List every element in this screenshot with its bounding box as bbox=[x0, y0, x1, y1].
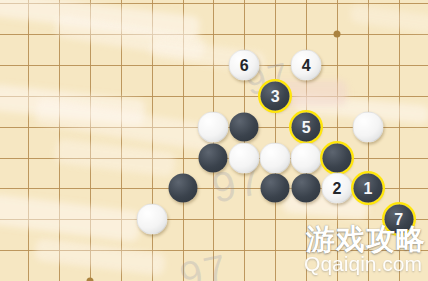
move-number: 1 bbox=[363, 174, 372, 203]
grid-vline bbox=[59, 0, 60, 281]
star-point bbox=[86, 278, 93, 281]
grid-vline bbox=[152, 0, 153, 281]
stone-black[interactable] bbox=[292, 174, 321, 203]
gomoku-board[interactable]: 979797 6435217 游戏攻略 Qqaiqin.com bbox=[0, 0, 428, 281]
grid-vline bbox=[28, 0, 29, 281]
stone-white-move-4[interactable]: 4 bbox=[291, 49, 322, 80]
glare-streak bbox=[34, 238, 166, 276]
grid-hline bbox=[0, 3, 428, 4]
stone-white[interactable] bbox=[198, 111, 229, 142]
grid-vline bbox=[275, 0, 276, 281]
move-number: 4 bbox=[302, 50, 311, 79]
stone-black-move-5-highlighted[interactable]: 5 bbox=[292, 112, 321, 141]
grid-hline bbox=[0, 65, 428, 66]
stone-white[interactable] bbox=[136, 204, 167, 235]
glare-streak bbox=[349, 4, 428, 34]
stone-white[interactable] bbox=[291, 142, 322, 173]
move-number: 3 bbox=[271, 81, 280, 110]
grid-vline bbox=[90, 0, 91, 281]
stone-white-move-2[interactable]: 2 bbox=[322, 173, 353, 204]
stone-black[interactable] bbox=[168, 174, 197, 203]
move-number: 5 bbox=[302, 112, 311, 141]
stone-black[interactable] bbox=[199, 143, 228, 172]
grid-vline bbox=[183, 0, 184, 281]
glare-streak bbox=[34, 98, 221, 153]
stone-white[interactable] bbox=[229, 142, 260, 173]
move-number: 6 bbox=[240, 50, 249, 79]
grid-hline bbox=[0, 96, 428, 97]
stone-black-move-3-highlighted[interactable]: 3 bbox=[261, 81, 290, 110]
move-number: 2 bbox=[333, 174, 342, 203]
stone-black-highlighted[interactable] bbox=[323, 143, 352, 172]
watermark-site-url: Qqaiqin.com bbox=[304, 252, 422, 276]
stone-white[interactable] bbox=[260, 142, 291, 173]
stone-black-move-1-highlighted[interactable]: 1 bbox=[353, 174, 382, 203]
stone-white[interactable] bbox=[352, 111, 383, 142]
grid-vline bbox=[121, 0, 122, 281]
star-point bbox=[334, 30, 341, 37]
glare-streak bbox=[0, 84, 146, 126]
grid-hline bbox=[0, 34, 428, 35]
stone-white-move-6[interactable]: 6 bbox=[229, 49, 260, 80]
stone-black[interactable] bbox=[230, 112, 259, 141]
stone-black[interactable] bbox=[261, 174, 290, 203]
